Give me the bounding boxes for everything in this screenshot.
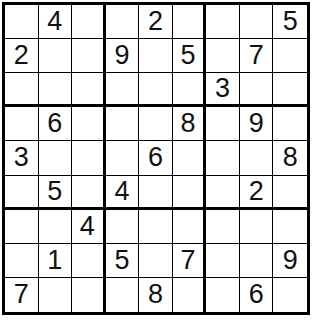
cell-r9c4-empty[interactable] xyxy=(106,278,140,312)
cell-r5c6-empty[interactable] xyxy=(173,141,207,175)
cell-r1c7-empty[interactable] xyxy=(206,5,240,39)
cell-r8c9-given[interactable]: 9 xyxy=(273,244,307,278)
cell-r9c2-empty[interactable] xyxy=(39,278,73,312)
cell-r3c6-empty[interactable] xyxy=(173,73,207,107)
cell-r6c8-given[interactable]: 2 xyxy=(240,176,274,210)
cell-r5c7-empty[interactable] xyxy=(206,141,240,175)
cell-r8c1-empty[interactable] xyxy=(5,244,39,278)
cell-r2c1-given[interactable]: 2 xyxy=(5,39,39,73)
cell-r8c2-given[interactable]: 1 xyxy=(39,244,73,278)
cell-r9c9-empty[interactable] xyxy=(273,278,307,312)
cell-r5c1-given[interactable]: 3 xyxy=(5,141,39,175)
cell-r5c5-given[interactable]: 6 xyxy=(139,141,173,175)
cell-r4c6-given[interactable]: 8 xyxy=(173,107,207,141)
cell-r4c1-empty[interactable] xyxy=(5,107,39,141)
cell-r1c1-empty[interactable] xyxy=(5,5,39,39)
cell-r8c6-given[interactable]: 7 xyxy=(173,244,207,278)
cell-r7c3-given[interactable]: 4 xyxy=(72,210,106,244)
cell-r8c3-empty[interactable] xyxy=(72,244,106,278)
cell-r1c6-empty[interactable] xyxy=(173,5,207,39)
cell-r2c5-empty[interactable] xyxy=(139,39,173,73)
cell-r7c1-empty[interactable] xyxy=(5,210,39,244)
cell-r1c8-empty[interactable] xyxy=(240,5,274,39)
cell-r9c6-empty[interactable] xyxy=(173,278,207,312)
cell-r3c5-empty[interactable] xyxy=(139,73,173,107)
cell-r8c5-empty[interactable] xyxy=(139,244,173,278)
cell-r6c6-empty[interactable] xyxy=(173,176,207,210)
cell-r3c4-empty[interactable] xyxy=(106,73,140,107)
cell-r2c4-given[interactable]: 9 xyxy=(106,39,140,73)
cell-r6c2-given[interactable]: 5 xyxy=(39,176,73,210)
cell-r1c5-given[interactable]: 2 xyxy=(139,5,173,39)
cell-r8c8-empty[interactable] xyxy=(240,244,274,278)
cell-r2c2-empty[interactable] xyxy=(39,39,73,73)
cell-r7c7-empty[interactable] xyxy=(206,210,240,244)
cell-r3c3-empty[interactable] xyxy=(72,73,106,107)
cell-r8c7-empty[interactable] xyxy=(206,244,240,278)
cell-r3c9-empty[interactable] xyxy=(273,73,307,107)
cell-r7c2-empty[interactable] xyxy=(39,210,73,244)
cell-r2c7-empty[interactable] xyxy=(206,39,240,73)
cell-r7c4-empty[interactable] xyxy=(106,210,140,244)
cell-r7c6-empty[interactable] xyxy=(173,210,207,244)
cell-r4c9-empty[interactable] xyxy=(273,107,307,141)
cell-r7c8-empty[interactable] xyxy=(240,210,274,244)
cell-r2c9-empty[interactable] xyxy=(273,39,307,73)
cell-r8c4-given[interactable]: 5 xyxy=(106,244,140,278)
cell-r1c2-given[interactable]: 4 xyxy=(39,5,73,39)
cell-r1c3-empty[interactable] xyxy=(72,5,106,39)
cell-r3c8-empty[interactable] xyxy=(240,73,274,107)
cell-r6c7-empty[interactable] xyxy=(206,176,240,210)
cell-r6c4-given[interactable]: 4 xyxy=(106,176,140,210)
cell-r4c7-empty[interactable] xyxy=(206,107,240,141)
cell-r9c7-empty[interactable] xyxy=(206,278,240,312)
cell-r5c3-empty[interactable] xyxy=(72,141,106,175)
cell-r4c3-empty[interactable] xyxy=(72,107,106,141)
cell-r6c3-empty[interactable] xyxy=(72,176,106,210)
cell-r2c3-empty[interactable] xyxy=(72,39,106,73)
cell-r5c8-empty[interactable] xyxy=(240,141,274,175)
cell-r2c8-given[interactable]: 7 xyxy=(240,39,274,73)
cell-r7c5-empty[interactable] xyxy=(139,210,173,244)
cell-r6c5-empty[interactable] xyxy=(139,176,173,210)
cell-r4c4-empty[interactable] xyxy=(106,107,140,141)
cell-r5c4-empty[interactable] xyxy=(106,141,140,175)
cell-r4c5-empty[interactable] xyxy=(139,107,173,141)
cell-r9c1-given[interactable]: 7 xyxy=(5,278,39,312)
sudoku-board: 4252957368936854241579786 xyxy=(2,2,310,315)
cell-r1c9-given[interactable]: 5 xyxy=(273,5,307,39)
cell-r7c9-empty[interactable] xyxy=(273,210,307,244)
cell-r3c1-empty[interactable] xyxy=(5,73,39,107)
cell-r6c1-empty[interactable] xyxy=(5,176,39,210)
cell-r5c2-empty[interactable] xyxy=(39,141,73,175)
cell-r2c6-given[interactable]: 5 xyxy=(173,39,207,73)
cell-r5c9-given[interactable]: 8 xyxy=(273,141,307,175)
cell-r1c4-empty[interactable] xyxy=(106,5,140,39)
cell-r3c2-empty[interactable] xyxy=(39,73,73,107)
cell-r3c7-given[interactable]: 3 xyxy=(206,73,240,107)
cell-r9c8-given[interactable]: 6 xyxy=(240,278,274,312)
cell-r4c2-given[interactable]: 6 xyxy=(39,107,73,141)
cell-r9c5-given[interactable]: 8 xyxy=(139,278,173,312)
cell-r9c3-empty[interactable] xyxy=(72,278,106,312)
cell-r6c9-empty[interactable] xyxy=(273,176,307,210)
cell-r4c8-given[interactable]: 9 xyxy=(240,107,274,141)
